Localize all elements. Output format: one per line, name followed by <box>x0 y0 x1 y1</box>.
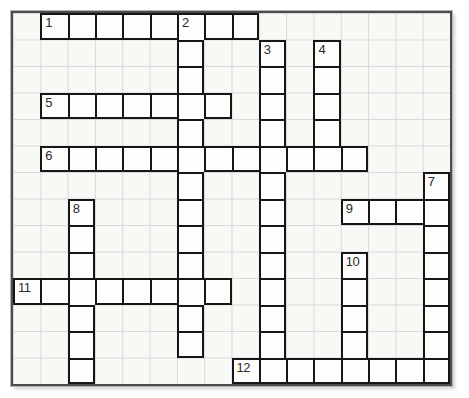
word-cell-r6c10[interactable] <box>259 146 286 173</box>
word-cell-r1c6[interactable] <box>150 13 177 40</box>
empty-cell <box>313 199 340 226</box>
word-cell-r1c9[interactable] <box>232 13 259 40</box>
empty-cell <box>313 252 340 279</box>
word-cell-r12c13[interactable] <box>341 305 368 332</box>
empty-cell <box>232 331 259 358</box>
empty-cell <box>204 40 231 67</box>
empty-cell <box>232 199 259 226</box>
word-cell-r10c10[interactable] <box>259 252 286 279</box>
word-cell-r14c12[interactable] <box>313 358 340 385</box>
empty-cell <box>395 278 422 305</box>
word-cell-r10c7[interactable] <box>177 252 204 279</box>
empty-cell <box>204 252 231 279</box>
empty-cell <box>368 40 395 67</box>
empty-cell <box>368 225 395 252</box>
empty-cell <box>286 199 313 226</box>
word-cell-r11c4[interactable] <box>95 278 122 305</box>
empty-cell <box>13 40 40 67</box>
empty-cell <box>150 119 177 146</box>
clue-number-1: 1 <box>45 16 52 30</box>
word-cell-r11c13[interactable] <box>341 278 368 305</box>
empty-cell <box>313 278 340 305</box>
word-cell-r13c16[interactable] <box>423 331 450 358</box>
clue-number-3: 3 <box>264 43 271 57</box>
word-cell-r7c7[interactable] <box>177 172 204 199</box>
word-cell-r4c7[interactable] <box>177 93 204 120</box>
empty-cell <box>122 225 149 252</box>
word-cell-r4c6[interactable] <box>150 93 177 120</box>
empty-cell <box>13 252 40 279</box>
empty-cell <box>286 172 313 199</box>
word-cell-r11c5[interactable] <box>122 278 149 305</box>
empty-cell <box>40 252 67 279</box>
word-cell-r6c4[interactable] <box>95 146 122 173</box>
empty-cell <box>341 40 368 67</box>
empty-cell <box>95 119 122 146</box>
empty-cell <box>286 331 313 358</box>
empty-cell <box>395 13 422 40</box>
empty-cell <box>204 172 231 199</box>
empty-cell <box>40 358 67 385</box>
empty-cell <box>286 93 313 120</box>
word-cell-r11c3[interactable] <box>68 278 95 305</box>
empty-cell <box>368 278 395 305</box>
empty-cell <box>150 66 177 93</box>
empty-cell <box>40 66 67 93</box>
word-cell-r10c13[interactable]: 10 <box>341 252 368 279</box>
empty-cell <box>150 358 177 385</box>
word-cell-r5c10[interactable] <box>259 119 286 146</box>
empty-cell <box>68 40 95 67</box>
word-cell-r14c3[interactable] <box>68 358 95 385</box>
empty-cell <box>368 119 395 146</box>
empty-cell <box>40 40 67 67</box>
empty-cell <box>68 66 95 93</box>
empty-cell <box>95 66 122 93</box>
empty-cell <box>13 119 40 146</box>
empty-cell <box>40 305 67 332</box>
empty-cell <box>232 278 259 305</box>
empty-cell <box>368 93 395 120</box>
word-cell-r6c6[interactable] <box>150 146 177 173</box>
empty-cell <box>177 358 204 385</box>
empty-cell <box>204 331 231 358</box>
word-cell-r4c4[interactable] <box>95 93 122 120</box>
word-cell-r9c10[interactable] <box>259 225 286 252</box>
empty-cell <box>395 119 422 146</box>
empty-cell <box>13 305 40 332</box>
empty-cell <box>13 199 40 226</box>
empty-cell <box>95 252 122 279</box>
word-cell-r3c7[interactable] <box>177 66 204 93</box>
empty-cell <box>122 172 149 199</box>
empty-cell <box>204 119 231 146</box>
empty-cell <box>95 225 122 252</box>
empty-cell <box>95 358 122 385</box>
word-cell-r8c3[interactable]: 8 <box>68 199 95 226</box>
word-cell-r14c11[interactable] <box>286 358 313 385</box>
empty-cell <box>122 119 149 146</box>
word-cell-r12c10[interactable] <box>259 305 286 332</box>
empty-cell <box>395 146 422 173</box>
word-cell-r4c3[interactable] <box>68 93 95 120</box>
empty-cell <box>232 119 259 146</box>
empty-cell <box>150 172 177 199</box>
empty-cell <box>313 331 340 358</box>
empty-cell <box>13 331 40 358</box>
empty-cell <box>204 305 231 332</box>
empty-cell <box>259 13 286 40</box>
word-cell-r6c3[interactable] <box>68 146 95 173</box>
word-cell-r6c12[interactable] <box>313 146 340 173</box>
empty-cell <box>122 199 149 226</box>
empty-cell <box>395 305 422 332</box>
empty-cell <box>150 252 177 279</box>
crossword-page: 123456789101112 <box>0 0 469 398</box>
empty-cell <box>122 331 149 358</box>
clue-number-11: 11 <box>18 281 31 295</box>
empty-cell <box>13 66 40 93</box>
empty-cell <box>13 172 40 199</box>
word-cell-r14c10[interactable] <box>259 358 286 385</box>
word-cell-r4c5[interactable] <box>122 93 149 120</box>
clue-number-8: 8 <box>73 202 80 216</box>
empty-cell <box>122 66 149 93</box>
empty-cell <box>286 252 313 279</box>
empty-cell <box>341 172 368 199</box>
word-cell-r12c3[interactable] <box>68 305 95 332</box>
word-cell-r13c10[interactable] <box>259 331 286 358</box>
empty-cell <box>40 225 67 252</box>
word-cell-r12c16[interactable] <box>423 305 450 332</box>
empty-cell <box>313 172 340 199</box>
empty-cell <box>368 172 395 199</box>
empty-cell <box>232 252 259 279</box>
word-cell-r2c12[interactable]: 4 <box>313 40 340 67</box>
empty-cell <box>341 66 368 93</box>
clue-number-12: 12 <box>237 361 250 375</box>
empty-cell <box>68 172 95 199</box>
word-cell-r14c14[interactable] <box>368 358 395 385</box>
word-cell-r9c16[interactable] <box>423 225 450 252</box>
empty-cell <box>286 305 313 332</box>
empty-cell <box>204 225 231 252</box>
word-cell-r11c8[interactable] <box>204 278 231 305</box>
empty-cell <box>423 40 450 67</box>
empty-cell <box>40 199 67 226</box>
empty-cell <box>13 146 40 173</box>
empty-cell <box>150 225 177 252</box>
empty-cell <box>204 66 231 93</box>
empty-cell <box>423 93 450 120</box>
empty-cell <box>150 331 177 358</box>
word-cell-r7c16[interactable]: 7 <box>423 172 450 199</box>
empty-cell <box>368 146 395 173</box>
empty-cell <box>232 40 259 67</box>
empty-cell <box>95 172 122 199</box>
word-cell-r5c7[interactable] <box>177 119 204 146</box>
word-cell-r8c10[interactable] <box>259 199 286 226</box>
empty-cell <box>40 331 67 358</box>
clue-number-10: 10 <box>346 255 359 269</box>
empty-cell <box>368 13 395 40</box>
word-cell-r1c4[interactable] <box>95 13 122 40</box>
empty-cell <box>395 252 422 279</box>
empty-cell <box>122 358 149 385</box>
word-cell-r2c10[interactable]: 3 <box>259 40 286 67</box>
empty-cell <box>13 225 40 252</box>
empty-cell <box>286 119 313 146</box>
empty-cell <box>368 305 395 332</box>
word-cell-r1c8[interactable] <box>204 13 231 40</box>
word-cell-r5c12[interactable] <box>313 119 340 146</box>
word-cell-r6c13[interactable] <box>341 146 368 173</box>
word-cell-r11c6[interactable] <box>150 278 177 305</box>
word-cell-r4c8[interactable] <box>204 93 231 120</box>
clue-number-6: 6 <box>45 149 52 163</box>
clue-number-9: 9 <box>346 202 353 216</box>
empty-cell <box>204 358 231 385</box>
empty-cell <box>286 278 313 305</box>
empty-cell <box>395 66 422 93</box>
empty-cell <box>341 225 368 252</box>
empty-cell <box>341 13 368 40</box>
word-cell-r10c3[interactable] <box>68 252 95 279</box>
word-cell-r4c12[interactable] <box>313 93 340 120</box>
crossword-board: 123456789101112 <box>13 13 450 384</box>
empty-cell <box>286 40 313 67</box>
empty-cell <box>313 225 340 252</box>
word-cell-r6c8[interactable] <box>204 146 231 173</box>
empty-cell <box>204 199 231 226</box>
empty-cell <box>395 172 422 199</box>
word-cell-r3c12[interactable] <box>313 66 340 93</box>
empty-cell <box>150 305 177 332</box>
word-cell-r8c16[interactable] <box>423 199 450 226</box>
word-cell-r13c3[interactable] <box>68 331 95 358</box>
empty-cell <box>395 93 422 120</box>
empty-cell <box>122 252 149 279</box>
word-cell-r1c3[interactable] <box>68 13 95 40</box>
grid-frame: 123456789101112 <box>11 11 452 386</box>
word-cell-r11c1[interactable]: 11 <box>13 278 40 305</box>
empty-cell <box>313 13 340 40</box>
empty-cell <box>341 119 368 146</box>
empty-cell <box>423 119 450 146</box>
empty-cell <box>13 93 40 120</box>
empty-cell <box>423 146 450 173</box>
empty-cell <box>368 331 395 358</box>
word-cell-r14c16[interactable] <box>423 358 450 385</box>
empty-cell <box>232 93 259 120</box>
empty-cell <box>395 40 422 67</box>
clue-number-2: 2 <box>182 16 189 30</box>
word-cell-r6c11[interactable] <box>286 146 313 173</box>
empty-cell <box>95 331 122 358</box>
empty-cell <box>286 66 313 93</box>
word-cell-r3c10[interactable] <box>259 66 286 93</box>
clue-number-5: 5 <box>45 96 52 110</box>
empty-cell <box>122 40 149 67</box>
word-cell-r11c16[interactable] <box>423 278 450 305</box>
word-cell-r6c2[interactable]: 6 <box>40 146 67 173</box>
empty-cell <box>286 225 313 252</box>
word-cell-r14c13[interactable] <box>341 358 368 385</box>
word-cell-r13c7[interactable] <box>177 331 204 358</box>
word-cell-r4c2[interactable]: 5 <box>40 93 67 120</box>
empty-cell <box>368 252 395 279</box>
empty-cell <box>95 199 122 226</box>
empty-cell <box>368 66 395 93</box>
empty-cell <box>40 172 67 199</box>
empty-cell <box>286 13 313 40</box>
word-cell-r11c10[interactable] <box>259 278 286 305</box>
word-cell-r7c10[interactable] <box>259 172 286 199</box>
empty-cell <box>395 225 422 252</box>
word-cell-r9c7[interactable] <box>177 225 204 252</box>
word-cell-r14c15[interactable] <box>395 358 422 385</box>
empty-cell <box>423 13 450 40</box>
empty-cell <box>68 119 95 146</box>
word-cell-r11c2[interactable] <box>40 278 67 305</box>
word-cell-r8c13[interactable]: 9 <box>341 199 368 226</box>
empty-cell <box>95 40 122 67</box>
empty-cell <box>40 119 67 146</box>
empty-cell <box>122 305 149 332</box>
word-cell-r4c10[interactable] <box>259 93 286 120</box>
clue-number-7: 7 <box>428 175 435 189</box>
empty-cell <box>232 172 259 199</box>
word-cell-r1c2[interactable]: 1 <box>40 13 67 40</box>
empty-cell <box>95 305 122 332</box>
word-cell-r14c9[interactable]: 12 <box>232 358 259 385</box>
word-cell-r6c5[interactable] <box>122 146 149 173</box>
empty-cell <box>232 66 259 93</box>
word-cell-r10c16[interactable] <box>423 252 450 279</box>
word-cell-r6c7[interactable] <box>177 146 204 173</box>
word-cell-r8c15[interactable] <box>395 199 422 226</box>
word-cell-r9c3[interactable] <box>68 225 95 252</box>
word-cell-r8c14[interactable] <box>368 199 395 226</box>
word-cell-r1c7[interactable]: 2 <box>177 13 204 40</box>
empty-cell <box>395 331 422 358</box>
empty-cell <box>13 13 40 40</box>
word-cell-r6c9[interactable] <box>232 146 259 173</box>
word-cell-r1c5[interactable] <box>122 13 149 40</box>
word-cell-r13c13[interactable] <box>341 331 368 358</box>
empty-cell <box>232 225 259 252</box>
word-cell-r8c7[interactable] <box>177 199 204 226</box>
empty-cell <box>13 358 40 385</box>
empty-cell <box>232 305 259 332</box>
word-cell-r2c7[interactable] <box>177 40 204 67</box>
empty-cell <box>150 199 177 226</box>
clue-number-4: 4 <box>318 43 325 57</box>
empty-cell <box>423 66 450 93</box>
word-cell-r12c7[interactable] <box>177 305 204 332</box>
empty-cell <box>313 305 340 332</box>
word-cell-r11c7[interactable] <box>177 278 204 305</box>
empty-cell <box>341 93 368 120</box>
empty-cell <box>150 40 177 67</box>
